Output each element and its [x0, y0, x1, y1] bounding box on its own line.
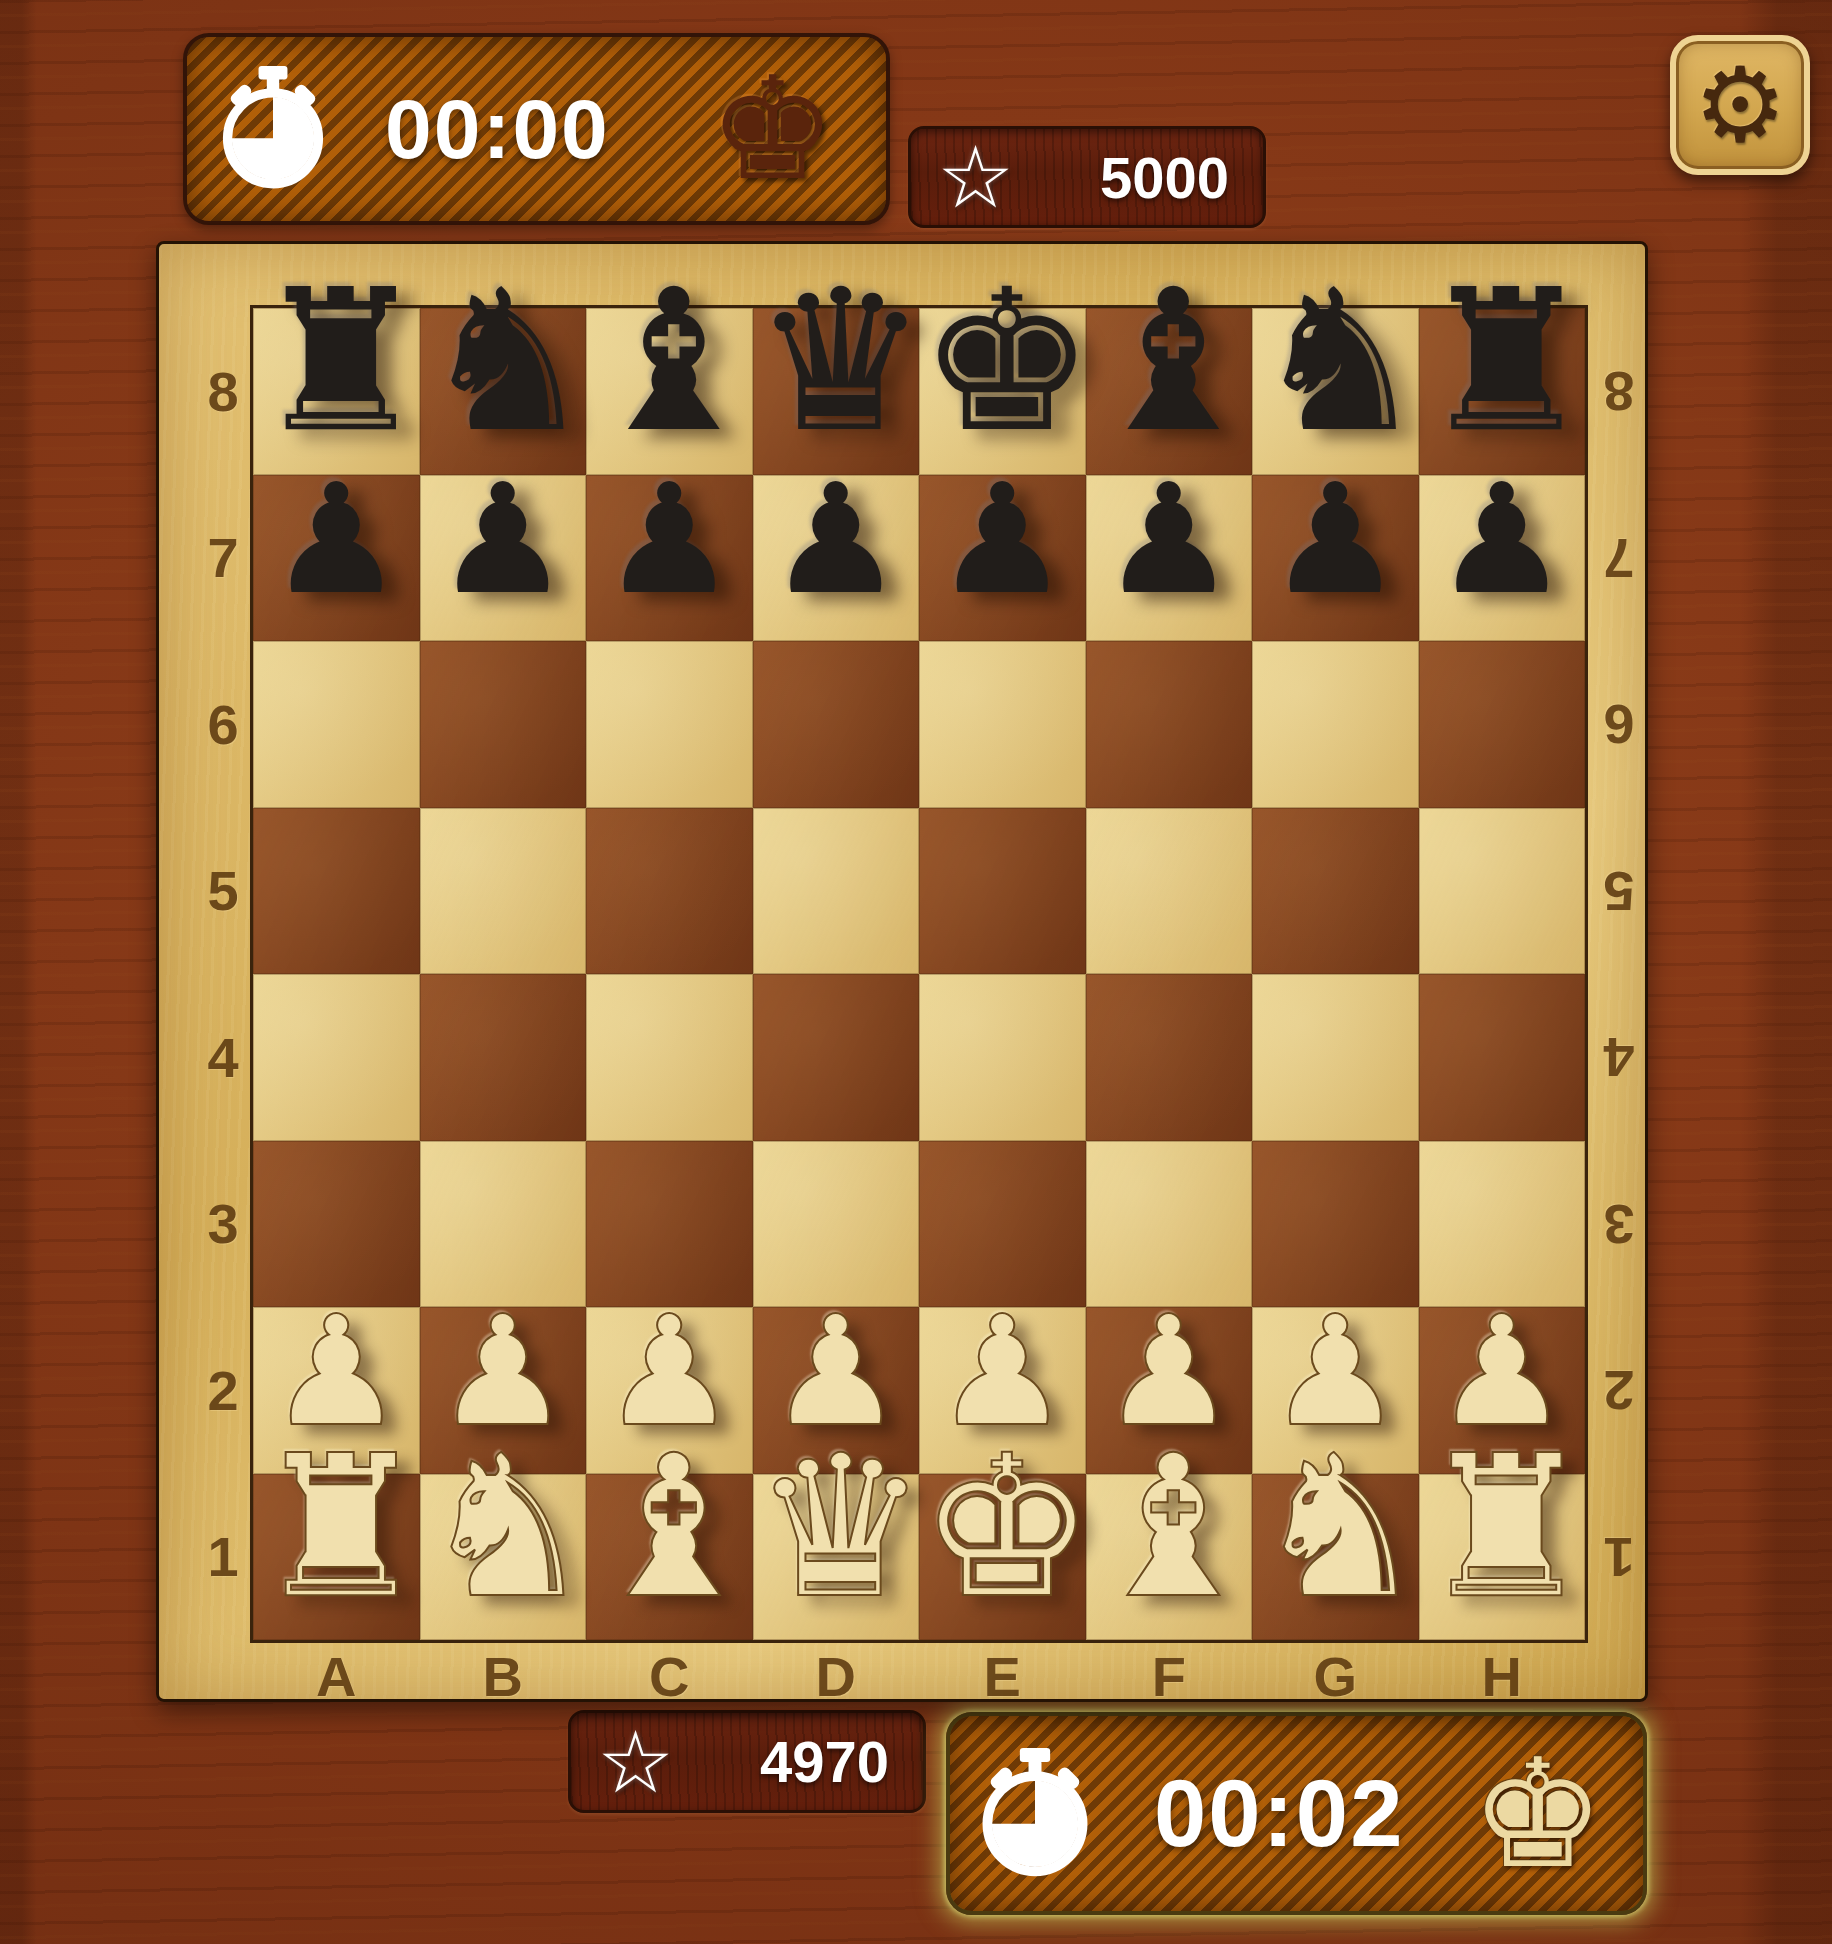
white-king-e1[interactable]: ♚︎ [919, 1444, 1086, 1611]
rank-label-2: 2 [195, 1307, 251, 1474]
square-f5[interactable] [1086, 808, 1253, 975]
square-h7[interactable]: ♟︎ [1419, 475, 1586, 642]
black-pawn-c7[interactable]: ♟︎ [586, 457, 753, 624]
square-g5[interactable] [1252, 808, 1419, 975]
stopwatch-icon [980, 1748, 1090, 1880]
square-h5[interactable] [1419, 808, 1586, 975]
square-b4[interactable] [420, 974, 587, 1141]
file-label-d: D [753, 1644, 920, 1709]
rank-label-8: 8 [1591, 308, 1647, 475]
star-icon: ☆ [597, 1719, 674, 1805]
rank-label-8: 8 [195, 308, 251, 475]
square-f1[interactable]: ♝︎ [1086, 1474, 1253, 1641]
file-label-b: B [420, 1644, 587, 1709]
black-bishop-f8[interactable]: ♝︎ [1086, 278, 1253, 445]
square-e5[interactable] [919, 808, 1086, 975]
square-e1[interactable]: ♚︎ [919, 1474, 1086, 1641]
square-h4[interactable] [1419, 974, 1586, 1141]
black-queen-d8[interactable]: ♛︎ [753, 278, 920, 445]
square-a7[interactable]: ♟︎ [253, 475, 420, 642]
black-knight-g8[interactable]: ♞︎ [1252, 278, 1419, 445]
square-g6[interactable] [1252, 641, 1419, 808]
rank-label-7: 7 [195, 475, 251, 642]
rank-labels-right: 87654321 [1591, 308, 1647, 1640]
file-label-h: H [1419, 1644, 1586, 1709]
black-pawn-h7[interactable]: ♟︎ [1419, 457, 1586, 624]
rank-label-2: 2 [1591, 1307, 1647, 1474]
black-pawn-a7[interactable]: ♟︎ [253, 457, 420, 624]
white-timer-value: 00:02 [1154, 1760, 1404, 1868]
white-rook-h1[interactable]: ♜︎ [1419, 1444, 1586, 1611]
white-bishop-c1[interactable]: ♝︎ [586, 1444, 753, 1611]
square-c6[interactable] [586, 641, 753, 808]
square-a6[interactable] [253, 641, 420, 808]
black-pawn-f7[interactable]: ♟︎ [1086, 457, 1253, 624]
file-label-g: G [1252, 1644, 1419, 1709]
white-bishop-f1[interactable]: ♝︎ [1086, 1444, 1253, 1611]
file-label-a: A [253, 1644, 420, 1709]
black-timer-panel: 00:00 ♚ [183, 33, 890, 225]
black-pawn-g7[interactable]: ♟︎ [1252, 457, 1419, 624]
black-rook-a8[interactable]: ♜︎ [253, 278, 420, 445]
white-queen-d1[interactable]: ♛︎ [753, 1444, 920, 1611]
file-label-c: C [586, 1644, 753, 1709]
rank-label-5: 5 [1591, 808, 1647, 975]
chess-app: { "game": "chess", "position": { "fen": … [0, 0, 1832, 1944]
settings-button[interactable]: ⚙ [1670, 35, 1810, 175]
star-icon: ☆ [937, 134, 1014, 220]
square-f4[interactable] [1086, 974, 1253, 1141]
board-squares: ♜︎♞︎♝︎♛︎♚︎♝︎♞︎♜︎♟︎♟︎♟︎♟︎♟︎♟︎♟︎♟︎♟︎♟︎♟︎♟︎… [253, 308, 1585, 1640]
square-g1[interactable]: ♞︎ [1252, 1474, 1419, 1641]
black-knight-b8[interactable]: ♞︎ [420, 278, 587, 445]
file-label-e: E [919, 1644, 1086, 1709]
black-score-panel: ☆ 5000 [908, 126, 1266, 228]
white-knight-b1[interactable]: ♞︎ [420, 1444, 587, 1611]
square-a1[interactable]: ♜︎ [253, 1474, 420, 1641]
chess-board: 87654321 87654321 ABCDEFGH ♜︎♞︎♝︎♛︎♚︎♝︎♞… [156, 241, 1648, 1702]
rank-labels-left: 87654321 [195, 308, 251, 1640]
black-rook-h8[interactable]: ♜︎ [1419, 278, 1586, 445]
square-e7[interactable]: ♟︎ [919, 475, 1086, 642]
rank-label-3: 3 [195, 1141, 251, 1308]
rank-label-4: 4 [1591, 974, 1647, 1141]
black-pawn-e7[interactable]: ♟︎ [919, 457, 1086, 624]
square-b5[interactable] [420, 808, 587, 975]
rank-label-5: 5 [195, 808, 251, 975]
square-f6[interactable] [1086, 641, 1253, 808]
square-a4[interactable] [253, 974, 420, 1141]
file-labels-bottom: ABCDEFGH [253, 1644, 1585, 1704]
white-rook-a1[interactable]: ♜︎ [253, 1444, 420, 1611]
square-g4[interactable] [1252, 974, 1419, 1141]
black-score-value: 5000 [1014, 144, 1263, 211]
square-d4[interactable] [753, 974, 920, 1141]
square-f7[interactable]: ♟︎ [1086, 475, 1253, 642]
square-d5[interactable] [753, 808, 920, 975]
square-b7[interactable]: ♟︎ [420, 475, 587, 642]
file-label-f: F [1086, 1644, 1253, 1709]
black-timer-value: 00:00 [385, 81, 610, 178]
square-d1[interactable]: ♛︎ [753, 1474, 920, 1641]
black-king-e8[interactable]: ♚︎ [919, 278, 1086, 445]
white-knight-g1[interactable]: ♞︎ [1252, 1444, 1419, 1611]
black-bishop-c8[interactable]: ♝︎ [586, 278, 753, 445]
square-c1[interactable]: ♝︎ [586, 1474, 753, 1641]
rank-label-6: 6 [1591, 641, 1647, 808]
white-score-value: 4970 [674, 1728, 923, 1795]
square-a5[interactable] [253, 808, 420, 975]
black-pawn-d7[interactable]: ♟︎ [753, 457, 920, 624]
rank-label-6: 6 [195, 641, 251, 808]
gear-icon: ⚙ [1693, 53, 1786, 157]
square-d7[interactable]: ♟︎ [753, 475, 920, 642]
rank-label-1: 1 [1591, 1474, 1647, 1641]
square-b6[interactable] [420, 641, 587, 808]
white-timer-panel: 00:02 ♚ [946, 1712, 1647, 1915]
white-score-panel: ☆ 4970 [568, 1710, 926, 1813]
square-d6[interactable] [753, 641, 920, 808]
square-h1[interactable]: ♜︎ [1419, 1474, 1586, 1641]
square-h6[interactable] [1419, 641, 1586, 808]
square-c4[interactable] [586, 974, 753, 1141]
square-c7[interactable]: ♟︎ [586, 475, 753, 642]
black-pawn-b7[interactable]: ♟︎ [420, 457, 587, 624]
square-e6[interactable] [919, 641, 1086, 808]
rank-label-3: 3 [1591, 1141, 1647, 1308]
rank-label-7: 7 [1591, 475, 1647, 642]
square-b1[interactable]: ♞︎ [420, 1474, 587, 1641]
rank-label-1: 1 [195, 1474, 251, 1641]
white-king-icon: ♚ [1471, 1739, 1605, 1889]
square-g7[interactable]: ♟︎ [1252, 475, 1419, 642]
square-c5[interactable] [586, 808, 753, 975]
black-king-icon: ♚ [709, 58, 836, 200]
stopwatch-icon [221, 66, 325, 192]
square-e4[interactable] [919, 974, 1086, 1141]
rank-label-4: 4 [195, 974, 251, 1141]
